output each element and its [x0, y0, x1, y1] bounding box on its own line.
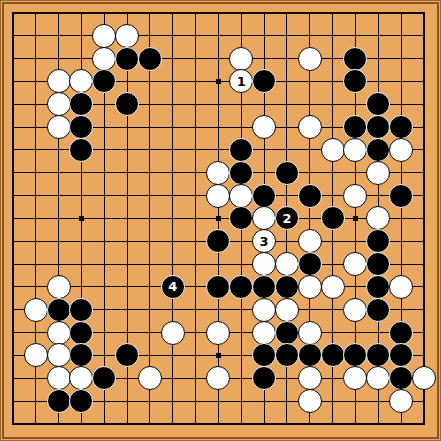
white-stone: [47, 69, 71, 93]
white-stone: [389, 275, 413, 299]
black-stone: [252, 184, 276, 208]
black-stone: [138, 47, 162, 71]
black-stone: [366, 298, 390, 322]
black-stone: [321, 206, 345, 230]
black-stone: [69, 321, 93, 345]
white-stone: [275, 298, 299, 322]
grid-hline: [12, 423, 425, 425]
white-stone: [298, 47, 322, 71]
white-stone: [298, 389, 322, 413]
white-stone: [229, 47, 253, 71]
white-stone: [92, 24, 116, 48]
white-stone: [229, 184, 253, 208]
go-diagram: 1234: [0, 0, 441, 441]
white-stone: [47, 321, 71, 345]
white-stone: [298, 229, 322, 253]
hoshi-point: [353, 216, 358, 221]
white-stone: [161, 321, 185, 345]
black-stone: [47, 298, 71, 322]
white-stone: [298, 366, 322, 390]
black-stone: [115, 47, 139, 71]
black-stone: [321, 343, 345, 367]
white-stone: [47, 343, 71, 367]
black-stone: [275, 321, 299, 345]
white-stone: [47, 92, 71, 116]
black-stone: [229, 161, 253, 185]
black-stone: [275, 161, 299, 185]
white-stone: [206, 321, 230, 345]
white-stone: [321, 138, 345, 162]
hoshi-point: [79, 216, 84, 221]
white-stone: [47, 275, 71, 299]
hoshi-point: [216, 216, 221, 221]
white-stone: [252, 298, 276, 322]
black-stone: [298, 252, 322, 276]
grid-vline: [423, 12, 425, 425]
white-stone: [206, 184, 230, 208]
white-stone: [252, 321, 276, 345]
black-stone: [47, 389, 71, 413]
white-stone: [115, 24, 139, 48]
white-stone: [298, 115, 322, 139]
white-stone: [47, 366, 71, 390]
black-stone: [252, 275, 276, 299]
black-stone: [298, 184, 322, 208]
black-stone: [343, 47, 367, 71]
hoshi-point: [216, 353, 221, 358]
white-stone: [92, 47, 116, 71]
black-stone-move-4: 4: [161, 275, 185, 299]
white-stone: [366, 161, 390, 185]
go-board: 1234: [0, 0, 441, 441]
white-stone: [343, 184, 367, 208]
hoshi-point: [216, 79, 221, 84]
white-stone: [24, 298, 48, 322]
black-stone: [275, 275, 299, 299]
white-stone: [275, 252, 299, 276]
white-stone: [389, 138, 413, 162]
white-stone: [47, 115, 71, 139]
white-stone: [298, 275, 322, 299]
white-stone: [321, 275, 345, 299]
white-stone: [298, 321, 322, 345]
black-stone: [389, 321, 413, 345]
black-stone: [389, 184, 413, 208]
